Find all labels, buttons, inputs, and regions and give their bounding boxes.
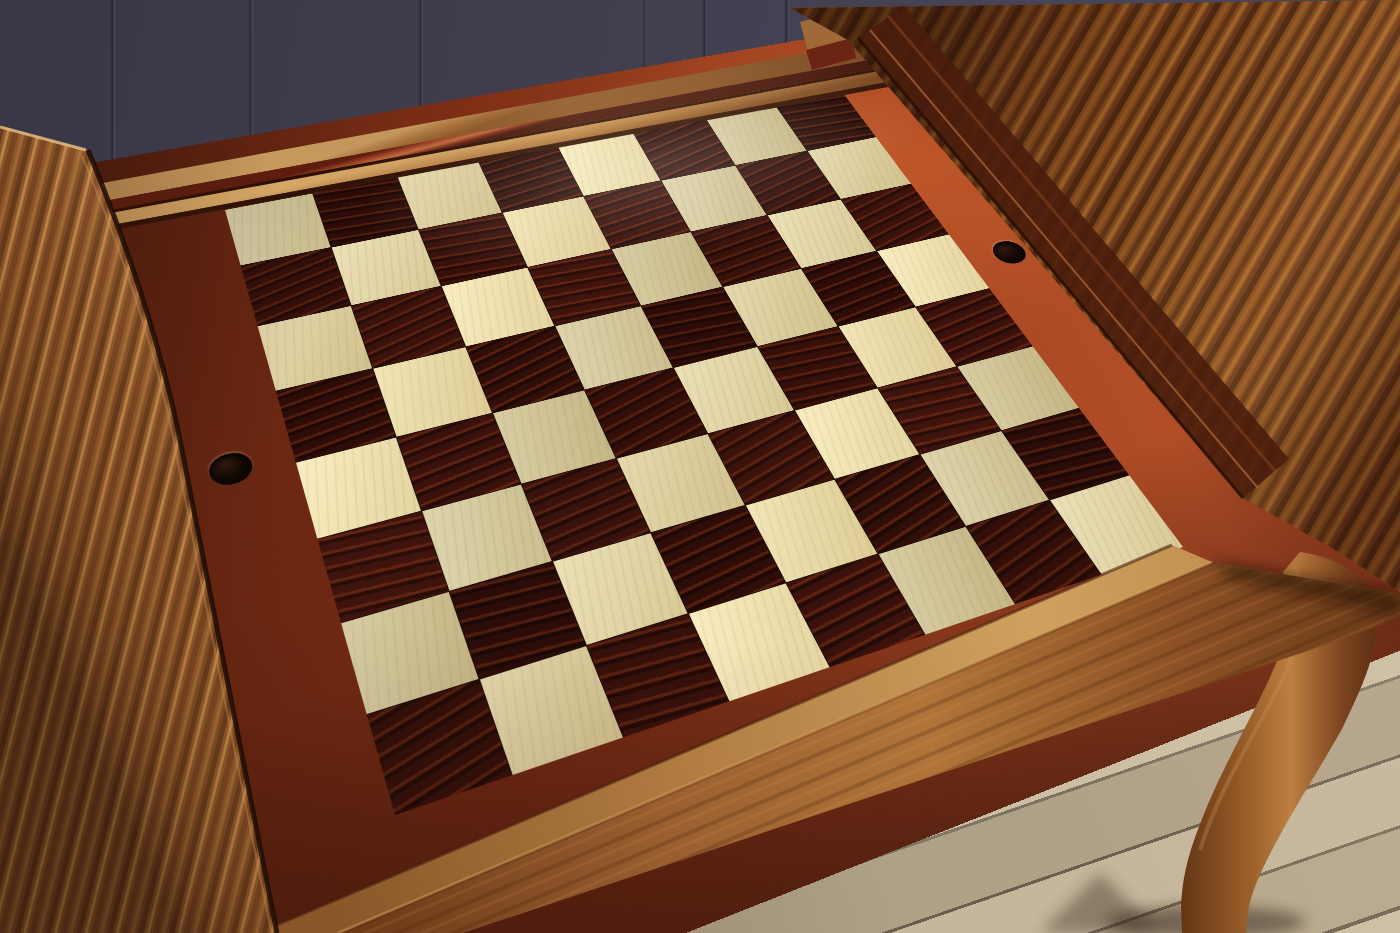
leaf-lighting xyxy=(0,126,277,933)
games-table-photo: { "game": "chess", "board_state": "empty… xyxy=(0,0,1400,933)
table-furniture xyxy=(0,0,1400,933)
leg-cast-shadow xyxy=(1040,873,1160,933)
bottom-rail xyxy=(258,545,1212,933)
apron-top-highlight xyxy=(338,562,1212,933)
slide-top[interactable] xyxy=(790,0,1400,592)
rail-length-shading xyxy=(0,34,919,249)
back-rail xyxy=(0,34,919,249)
left-leaf[interactable] xyxy=(0,126,277,933)
